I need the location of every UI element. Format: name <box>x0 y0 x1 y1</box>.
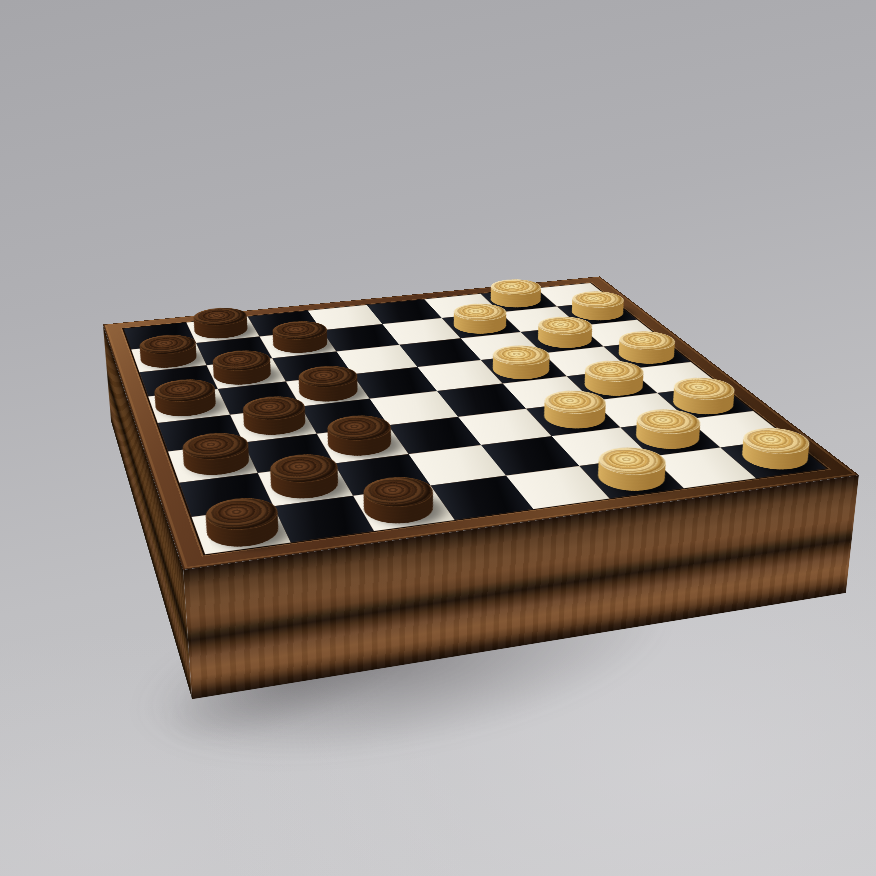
checkers-box-3d-scene: ⛂⛀⛂⛂⛀⛀⛂⛀⛂⛂⛀⛀⛂⛀⛂⛂⛀⛀⛂⛀⛂⛂⛀⛀ <box>103 276 859 569</box>
piece-dark-man-h2[interactable]: ⛂ <box>191 318 253 340</box>
piece-dark-man-c1[interactable]: ⛂ <box>179 445 254 479</box>
piece-light-man-a6[interactable]: ⛀ <box>588 459 676 494</box>
piece-light-man-f7[interactable]: ⛀ <box>530 327 600 350</box>
studio-backdrop: ⛂⛀⛂⛂⛀⛀⛂⛀⛂⛂⛀⛀⛂⛀⛂⛂⛀⛀⛂⛀⛂⛂⛀⛀ <box>0 0 876 876</box>
piece-dark-man-b2[interactable]: ⛂ <box>265 466 345 502</box>
piece-dark-man-c3[interactable]: ⛂ <box>321 427 398 459</box>
cell-e6[interactable]: ⛀ <box>481 353 567 383</box>
piece-light-man-g6[interactable]: ⛀ <box>447 314 513 336</box>
piece-light-man-a8[interactable]: ⛀ <box>731 440 820 473</box>
piece-dark-man-f2[interactable]: ⛂ <box>209 361 276 387</box>
piece-light-man-c6[interactable]: ⛀ <box>535 402 614 432</box>
piece-dark-man-a1[interactable]: ⛂ <box>201 510 285 551</box>
piece-dark-man-d2[interactable]: ⛂ <box>239 408 312 438</box>
piece-dark-man-a3[interactable]: ⛂ <box>356 489 441 527</box>
cell-a1[interactable]: ⛂ <box>192 506 291 554</box>
piece-dark-man-e3[interactable]: ⛂ <box>294 377 364 404</box>
piece-dark-man-g1[interactable]: ⛂ <box>137 346 200 371</box>
piece-dark-man-g3[interactable]: ⛂ <box>268 332 333 355</box>
piece-dark-man-e1[interactable]: ⛂ <box>152 391 221 420</box>
